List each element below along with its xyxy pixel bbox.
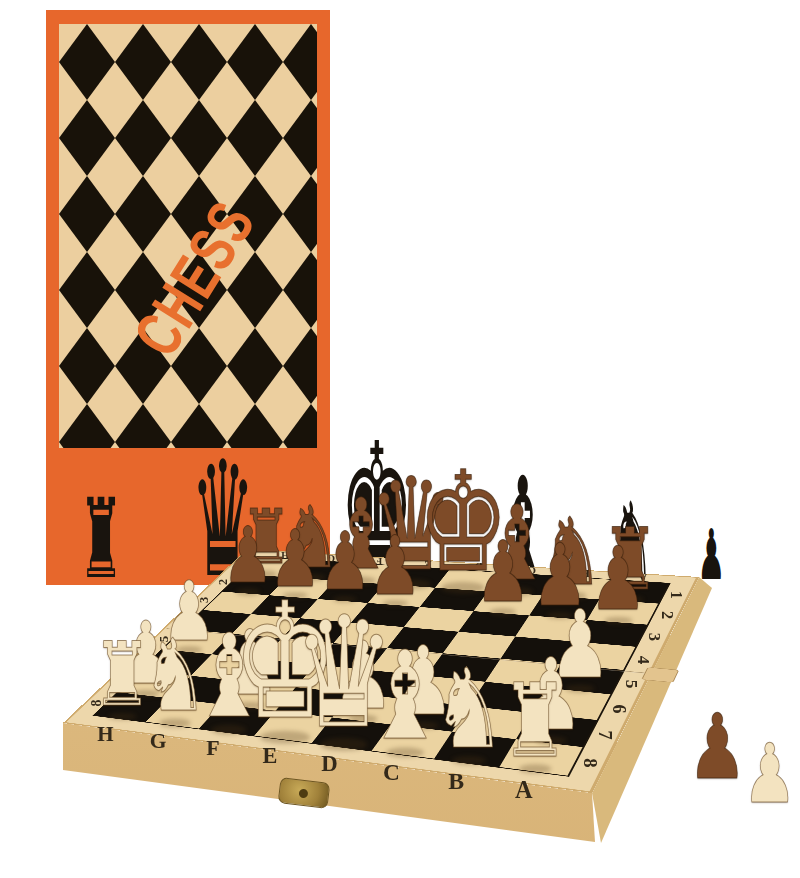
rank-label-right-6: 6 xyxy=(607,704,628,713)
rank-label-right-4: 4 xyxy=(633,655,653,664)
offboard-dark-pawn[interactable]: ♟ xyxy=(687,702,747,792)
product-photo-canvas: { "game": "chess", "position": "RNBQKBNR… xyxy=(0,0,800,878)
rank-label-right-5: 5 xyxy=(620,679,641,688)
piece-light-rook-a8[interactable]: ♜ xyxy=(501,670,569,772)
rank-label-right-8: 8 xyxy=(579,759,601,768)
pieces-layer: HHGGFFEEDDCCBBAA1122334455667788♜♞♝♚♛♝♞♜… xyxy=(0,0,800,878)
rank-label-right-7: 7 xyxy=(594,731,615,740)
piece-dark-pawn-c2[interactable]: ♟ xyxy=(475,530,531,614)
rank-label-right-1: 1 xyxy=(667,591,685,599)
rank-label-right-3: 3 xyxy=(644,633,664,641)
offboard-light-pawn[interactable]: ♟ xyxy=(743,733,797,815)
piece-light-knight-b8[interactable]: ♞ xyxy=(432,654,505,765)
rank-label-right-2: 2 xyxy=(656,611,675,619)
